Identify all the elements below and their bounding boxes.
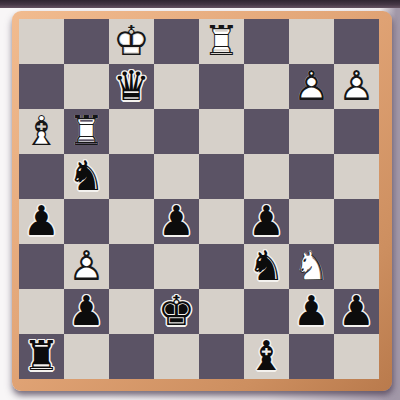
square-h4[interactable]: [334, 199, 379, 244]
square-f7[interactable]: [244, 64, 289, 109]
square-e4[interactable]: [199, 199, 244, 244]
square-c6[interactable]: [109, 109, 154, 154]
piece-black-bishop-f1[interactable]: ♝: [244, 334, 289, 379]
black-rook-icon: ♜: [19, 334, 64, 379]
square-d6[interactable]: [154, 109, 199, 154]
square-f6[interactable]: [244, 109, 289, 154]
square-g4[interactable]: [289, 199, 334, 244]
piece-black-knight-b5[interactable]: ♞: [64, 154, 109, 199]
white-pawn-outline-icon: ♙: [289, 64, 334, 109]
black-knight-icon: ♞: [64, 154, 109, 199]
piece-black-pawn-h2[interactable]: ♟: [334, 289, 379, 334]
piece-white-knight-g3[interactable]: ♞♘: [289, 244, 334, 289]
square-b8[interactable]: [64, 19, 109, 64]
square-b4[interactable]: [64, 199, 109, 244]
piece-white-king-c8[interactable]: ♚♔: [109, 19, 154, 64]
white-king-outline-icon: ♔: [109, 19, 154, 64]
piece-black-knight-f3[interactable]: ♞: [244, 244, 289, 289]
page-background: ♚♔♜♖♛♟♙♟♙♝♗♜♖♞♟♟♟♟♙♞♞♘♟♚♟♟♜♝: [0, 0, 400, 400]
square-d8[interactable]: [154, 19, 199, 64]
chess-board: ♚♔♜♖♛♟♙♟♙♝♗♜♖♞♟♟♟♟♙♞♞♘♟♚♟♟♜♝: [19, 19, 379, 379]
square-h8[interactable]: [334, 19, 379, 64]
square-h5[interactable]: [334, 154, 379, 199]
square-g6[interactable]: [289, 109, 334, 154]
piece-black-pawn-f4[interactable]: ♟: [244, 199, 289, 244]
square-h6[interactable]: [334, 109, 379, 154]
white-knight-outline-icon: ♘: [289, 244, 334, 289]
white-rook-outline-icon: ♖: [199, 19, 244, 64]
square-e5[interactable]: [199, 154, 244, 199]
square-c1[interactable]: [109, 334, 154, 379]
square-a3[interactable]: [19, 244, 64, 289]
piece-black-queen-c7[interactable]: ♛: [109, 64, 154, 109]
window-top-strip: [0, 0, 400, 8]
square-c3[interactable]: [109, 244, 154, 289]
square-d7[interactable]: [154, 64, 199, 109]
black-pawn-icon: ♟: [289, 289, 334, 334]
piece-white-bishop-a6[interactable]: ♝♗: [19, 109, 64, 154]
black-pawn-icon: ♟: [19, 199, 64, 244]
square-e1[interactable]: [199, 334, 244, 379]
black-knight-icon: ♞: [244, 244, 289, 289]
square-d3[interactable]: [154, 244, 199, 289]
piece-white-pawn-g7[interactable]: ♟♙: [289, 64, 334, 109]
black-pawn-icon: ♟: [334, 289, 379, 334]
black-pawn-icon: ♟: [154, 199, 199, 244]
board-frame: ♚♔♜♖♛♟♙♟♙♝♗♜♖♞♟♟♟♟♙♞♞♘♟♚♟♟♜♝: [12, 11, 392, 391]
piece-black-pawn-d4[interactable]: ♟: [154, 199, 199, 244]
piece-white-pawn-h7[interactable]: ♟♙: [334, 64, 379, 109]
white-pawn-outline-icon: ♙: [334, 64, 379, 109]
square-g1[interactable]: [289, 334, 334, 379]
square-f5[interactable]: [244, 154, 289, 199]
black-pawn-icon: ♟: [64, 289, 109, 334]
square-c5[interactable]: [109, 154, 154, 199]
square-h1[interactable]: [334, 334, 379, 379]
square-c2[interactable]: [109, 289, 154, 334]
square-c4[interactable]: [109, 199, 154, 244]
black-queen-icon: ♛: [109, 64, 154, 109]
square-a2[interactable]: [19, 289, 64, 334]
piece-black-pawn-g2[interactable]: ♟: [289, 289, 334, 334]
piece-black-pawn-b2[interactable]: ♟: [64, 289, 109, 334]
square-e2[interactable]: [199, 289, 244, 334]
square-e6[interactable]: [199, 109, 244, 154]
white-pawn-outline-icon: ♙: [64, 244, 109, 289]
piece-white-rook-e8[interactable]: ♜♖: [199, 19, 244, 64]
square-b1[interactable]: [64, 334, 109, 379]
square-g5[interactable]: [289, 154, 334, 199]
white-rook-outline-icon: ♖: [64, 109, 109, 154]
square-b7[interactable]: [64, 64, 109, 109]
square-d5[interactable]: [154, 154, 199, 199]
black-bishop-icon: ♝: [244, 334, 289, 379]
square-e3[interactable]: [199, 244, 244, 289]
square-h3[interactable]: [334, 244, 379, 289]
white-bishop-outline-icon: ♗: [19, 109, 64, 154]
square-e7[interactable]: [199, 64, 244, 109]
black-king-icon: ♚: [154, 289, 199, 334]
square-a5[interactable]: [19, 154, 64, 199]
square-a8[interactable]: [19, 19, 64, 64]
square-f2[interactable]: [244, 289, 289, 334]
black-pawn-icon: ♟: [244, 199, 289, 244]
piece-black-pawn-a4[interactable]: ♟: [19, 199, 64, 244]
piece-black-rook-a1[interactable]: ♜: [19, 334, 64, 379]
piece-black-king-d2[interactable]: ♚: [154, 289, 199, 334]
square-d1[interactable]: [154, 334, 199, 379]
piece-white-rook-b6[interactable]: ♜♖: [64, 109, 109, 154]
piece-white-pawn-b3[interactable]: ♟♙: [64, 244, 109, 289]
square-f8[interactable]: [244, 19, 289, 64]
square-g8[interactable]: [289, 19, 334, 64]
square-a7[interactable]: [19, 64, 64, 109]
